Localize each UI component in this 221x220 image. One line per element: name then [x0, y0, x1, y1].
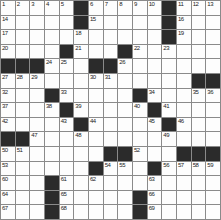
- white-cell[interactable]: [148, 45, 162, 59]
- white-cell[interactable]: [177, 205, 191, 219]
- white-cell[interactable]: 2: [16, 1, 30, 15]
- clue-number: 49: [163, 132, 169, 139]
- white-cell[interactable]: [30, 118, 44, 132]
- white-cell[interactable]: [30, 45, 44, 59]
- white-cell[interactable]: [133, 74, 147, 88]
- white-cell[interactable]: [162, 89, 176, 103]
- white-cell[interactable]: 25: [60, 59, 74, 73]
- white-cell[interactable]: 5: [60, 1, 74, 15]
- white-cell[interactable]: [45, 132, 59, 146]
- white-cell[interactable]: 38: [45, 103, 59, 117]
- clue-number: 15: [90, 16, 96, 23]
- white-cell[interactable]: 61: [60, 176, 74, 190]
- white-cell[interactable]: [45, 118, 59, 132]
- white-cell[interactable]: [118, 89, 132, 103]
- white-cell[interactable]: [177, 132, 191, 146]
- white-cell[interactable]: 43: [60, 118, 74, 132]
- clue-number: 46: [178, 118, 184, 125]
- white-cell[interactable]: 24: [45, 59, 59, 73]
- white-cell[interactable]: [148, 147, 162, 161]
- white-cell[interactable]: [104, 205, 118, 219]
- white-cell[interactable]: [16, 103, 30, 117]
- white-cell[interactable]: [16, 176, 30, 190]
- clue-number: 28: [17, 74, 23, 81]
- white-cell[interactable]: 13: [206, 1, 220, 15]
- clue-number: 64: [2, 191, 8, 198]
- clue-number: 32: [2, 89, 8, 96]
- white-cell[interactable]: [162, 176, 176, 190]
- white-cell[interactable]: [60, 16, 74, 30]
- white-cell[interactable]: 63: [148, 176, 162, 190]
- white-cell[interactable]: [192, 132, 206, 146]
- black-cell: [104, 147, 118, 161]
- clue-number: 5: [61, 1, 64, 8]
- white-cell[interactable]: [133, 176, 147, 190]
- white-cell[interactable]: 59: [206, 162, 220, 176]
- white-cell[interactable]: [74, 147, 88, 161]
- clue-number: 44: [90, 118, 96, 125]
- black-cell: [89, 162, 103, 176]
- clue-number: 7: [105, 1, 108, 8]
- black-cell: [16, 132, 30, 146]
- white-cell[interactable]: [104, 89, 118, 103]
- clue-number: 45: [149, 118, 155, 125]
- white-cell[interactable]: 65: [60, 191, 74, 205]
- white-cell[interactable]: [162, 191, 176, 205]
- white-cell[interactable]: [177, 191, 191, 205]
- clue-number: 61: [61, 176, 67, 183]
- clue-number: 22: [134, 45, 140, 52]
- white-cell[interactable]: 3: [30, 1, 44, 15]
- black-cell: [104, 59, 118, 73]
- white-cell[interactable]: 67: [1, 205, 15, 219]
- white-cell[interactable]: [206, 59, 220, 73]
- clue-number: 2: [17, 1, 20, 8]
- white-cell[interactable]: [206, 30, 220, 44]
- white-cell[interactable]: [45, 45, 59, 59]
- white-cell[interactable]: 64: [1, 191, 15, 205]
- white-cell[interactable]: [118, 132, 132, 146]
- white-cell[interactable]: [30, 89, 44, 103]
- clue-number: 58: [193, 162, 199, 169]
- white-cell[interactable]: [206, 16, 220, 30]
- white-cell[interactable]: 4: [45, 1, 59, 15]
- clue-number: 6: [90, 1, 93, 8]
- white-cell[interactable]: [60, 30, 74, 44]
- white-cell[interactable]: [30, 162, 44, 176]
- clue-number: 37: [2, 103, 8, 110]
- clue-number: 24: [46, 59, 52, 66]
- black-cell: [45, 205, 59, 219]
- clue-number: 60: [2, 176, 8, 183]
- white-cell[interactable]: 33: [60, 89, 74, 103]
- white-cell[interactable]: [16, 89, 30, 103]
- white-cell[interactable]: 39: [74, 103, 88, 117]
- white-cell[interactable]: 40: [133, 103, 147, 117]
- white-cell[interactable]: [192, 30, 206, 44]
- white-cell[interactable]: [60, 147, 74, 161]
- clue-number: 18: [75, 30, 81, 37]
- black-cell: [60, 45, 74, 59]
- black-cell: [74, 1, 88, 15]
- clue-number: 13: [207, 1, 213, 8]
- clue-number: 41: [163, 103, 169, 110]
- white-cell[interactable]: 31: [104, 74, 118, 88]
- white-cell[interactable]: [177, 176, 191, 190]
- white-cell[interactable]: [74, 191, 88, 205]
- white-cell[interactable]: [118, 205, 132, 219]
- clue-number: 69: [149, 205, 155, 212]
- white-cell[interactable]: [133, 30, 147, 44]
- clue-number: 19: [178, 30, 184, 37]
- clue-number: 63: [149, 176, 155, 183]
- clue-number: 40: [134, 103, 140, 110]
- white-cell[interactable]: [45, 147, 59, 161]
- white-cell[interactable]: 62: [89, 176, 103, 190]
- black-cell: [177, 147, 191, 161]
- white-cell[interactable]: [177, 45, 191, 59]
- white-cell[interactable]: [74, 162, 88, 176]
- black-cell: [133, 205, 147, 219]
- white-cell[interactable]: [162, 59, 176, 73]
- clue-number: 20: [2, 45, 8, 52]
- white-cell[interactable]: [118, 74, 132, 88]
- white-cell[interactable]: [192, 191, 206, 205]
- white-cell[interactable]: 22: [133, 45, 147, 59]
- black-cell: [118, 45, 132, 59]
- white-cell[interactable]: [89, 132, 103, 146]
- clue-number: 9: [134, 1, 137, 8]
- white-cell[interactable]: [133, 59, 147, 73]
- white-cell[interactable]: 11: [177, 1, 191, 15]
- white-cell[interactable]: [148, 59, 162, 73]
- clue-number: 27: [2, 74, 8, 81]
- white-cell[interactable]: [206, 118, 220, 132]
- clue-number: 56: [163, 162, 169, 169]
- white-cell[interactable]: 9: [133, 1, 147, 15]
- white-cell[interactable]: [206, 103, 220, 117]
- white-cell[interactable]: 54: [104, 162, 118, 176]
- white-cell[interactable]: [192, 176, 206, 190]
- white-cell[interactable]: [89, 147, 103, 161]
- white-cell[interactable]: 28: [16, 74, 30, 88]
- black-cell: [45, 176, 59, 190]
- white-cell[interactable]: 48: [74, 132, 88, 146]
- white-cell[interactable]: [74, 205, 88, 219]
- white-cell[interactable]: [118, 191, 132, 205]
- white-cell[interactable]: [89, 89, 103, 103]
- white-cell[interactable]: [89, 103, 103, 117]
- white-cell[interactable]: 44: [89, 118, 103, 132]
- white-cell[interactable]: 23: [162, 45, 176, 59]
- black-cell: [74, 118, 88, 132]
- white-cell[interactable]: [89, 30, 103, 44]
- clue-number: 47: [31, 132, 37, 139]
- white-cell[interactable]: [16, 30, 30, 44]
- white-cell[interactable]: [74, 176, 88, 190]
- clue-number: 4: [46, 1, 49, 8]
- black-cell: [1, 132, 15, 146]
- white-cell[interactable]: [177, 74, 191, 88]
- white-cell[interactable]: 20: [1, 45, 15, 59]
- clue-number: 23: [163, 45, 169, 52]
- white-cell[interactable]: [133, 118, 147, 132]
- white-cell[interactable]: [148, 74, 162, 88]
- clue-number: 67: [2, 205, 8, 212]
- black-cell: [133, 89, 147, 103]
- black-cell: [74, 16, 88, 30]
- white-cell[interactable]: 45: [148, 118, 162, 132]
- clue-number: 68: [61, 205, 67, 212]
- white-cell[interactable]: [104, 103, 118, 117]
- clue-number: 1: [2, 1, 5, 8]
- clue-number: 57: [178, 162, 184, 169]
- clue-number: 29: [31, 74, 37, 81]
- white-cell[interactable]: 29: [30, 74, 44, 88]
- white-cell[interactable]: [104, 45, 118, 59]
- clue-number: 33: [61, 89, 67, 96]
- white-cell[interactable]: [104, 118, 118, 132]
- white-cell[interactable]: [60, 132, 74, 146]
- white-cell[interactable]: [45, 162, 59, 176]
- white-cell[interactable]: 50: [1, 147, 15, 161]
- black-cell: [162, 1, 176, 15]
- black-cell: [148, 103, 162, 117]
- clue-number: 59: [207, 162, 213, 169]
- white-cell[interactable]: 69: [148, 205, 162, 219]
- white-cell[interactable]: [16, 191, 30, 205]
- clue-number: 35: [193, 89, 199, 96]
- clue-number: 43: [61, 118, 67, 125]
- black-cell: [30, 59, 44, 73]
- white-cell[interactable]: [16, 16, 30, 30]
- white-cell[interactable]: 41: [162, 103, 176, 117]
- black-cell: [192, 147, 206, 161]
- black-cell: [162, 16, 176, 30]
- white-cell[interactable]: [118, 103, 132, 117]
- white-cell[interactable]: [133, 16, 147, 30]
- white-cell[interactable]: [148, 30, 162, 44]
- white-cell[interactable]: 51: [16, 147, 30, 161]
- white-cell[interactable]: [30, 30, 44, 44]
- white-cell[interactable]: [89, 191, 103, 205]
- clue-number: 34: [149, 89, 155, 96]
- white-cell[interactable]: 14: [1, 16, 15, 30]
- white-cell[interactable]: 30: [89, 74, 103, 88]
- white-cell[interactable]: 6: [89, 1, 103, 15]
- white-cell[interactable]: 16: [177, 16, 191, 30]
- black-cell: [148, 162, 162, 176]
- white-cell[interactable]: [148, 16, 162, 30]
- white-cell[interactable]: [206, 205, 220, 219]
- white-cell[interactable]: 12: [192, 1, 206, 15]
- white-cell[interactable]: 32: [1, 89, 15, 103]
- black-cell: [118, 147, 132, 161]
- clue-number: 39: [75, 103, 81, 110]
- white-cell[interactable]: 34: [148, 89, 162, 103]
- white-cell[interactable]: [104, 30, 118, 44]
- clue-number: 48: [75, 132, 81, 139]
- white-cell[interactable]: [74, 59, 88, 73]
- white-cell[interactable]: 66: [148, 191, 162, 205]
- white-cell[interactable]: [30, 147, 44, 161]
- white-cell[interactable]: [89, 45, 103, 59]
- black-cell: [162, 118, 176, 132]
- clue-number: 53: [2, 162, 8, 169]
- white-cell[interactable]: 56: [162, 162, 176, 176]
- white-cell[interactable]: 37: [1, 103, 15, 117]
- white-cell[interactable]: [162, 205, 176, 219]
- black-cell: [45, 89, 59, 103]
- clue-number: 12: [193, 1, 199, 8]
- clue-number: 62: [90, 176, 96, 183]
- white-cell[interactable]: [30, 103, 44, 117]
- black-cell: [133, 191, 147, 205]
- white-cell[interactable]: [104, 132, 118, 146]
- clue-number: 54: [105, 162, 111, 169]
- white-cell[interactable]: [16, 118, 30, 132]
- white-cell[interactable]: [192, 45, 206, 59]
- white-cell[interactable]: [206, 176, 220, 190]
- white-cell[interactable]: 7: [104, 1, 118, 15]
- white-cell[interactable]: 57: [177, 162, 191, 176]
- white-cell[interactable]: 68: [60, 205, 74, 219]
- white-cell[interactable]: [206, 191, 220, 205]
- white-cell[interactable]: [133, 162, 147, 176]
- white-cell[interactable]: 46: [177, 118, 191, 132]
- white-cell[interactable]: 1: [1, 1, 15, 15]
- white-cell[interactable]: 35: [192, 89, 206, 103]
- black-cell: [1, 59, 15, 73]
- clue-number: 25: [61, 59, 67, 66]
- clue-number: 3: [31, 1, 34, 8]
- white-cell[interactable]: [30, 191, 44, 205]
- white-cell[interactable]: [148, 132, 162, 146]
- black-cell: [89, 59, 103, 73]
- white-cell[interactable]: [104, 176, 118, 190]
- white-cell[interactable]: [45, 74, 59, 88]
- white-cell[interactable]: [74, 74, 88, 88]
- white-cell[interactable]: 17: [1, 30, 15, 44]
- white-cell[interactable]: 42: [1, 118, 15, 132]
- white-cell[interactable]: [206, 45, 220, 59]
- clue-number: 65: [61, 191, 67, 198]
- clue-number: 38: [46, 103, 52, 110]
- black-cell: [206, 147, 220, 161]
- white-cell[interactable]: [192, 103, 206, 117]
- white-cell[interactable]: [30, 176, 44, 190]
- white-cell[interactable]: [177, 89, 191, 103]
- white-cell[interactable]: [118, 176, 132, 190]
- white-cell[interactable]: [118, 16, 132, 30]
- clue-number: 42: [2, 118, 8, 125]
- clue-number: 52: [134, 147, 140, 154]
- crossword-grid: 1234567891011121314151617181920212223242…: [0, 0, 221, 220]
- clue-number: 17: [2, 30, 8, 37]
- black-cell: [192, 74, 206, 88]
- black-cell: [60, 103, 74, 117]
- white-cell[interactable]: [192, 118, 206, 132]
- white-cell[interactable]: 10: [148, 1, 162, 15]
- white-cell[interactable]: [118, 118, 132, 132]
- white-cell[interactable]: [74, 89, 88, 103]
- clue-number: 21: [75, 45, 81, 52]
- white-cell[interactable]: 53: [1, 162, 15, 176]
- white-cell[interactable]: [104, 16, 118, 30]
- white-cell[interactable]: 47: [30, 132, 44, 146]
- white-cell[interactable]: [177, 103, 191, 117]
- clue-number: 16: [178, 16, 184, 23]
- clue-number: 30: [90, 74, 96, 81]
- black-cell: [45, 191, 59, 205]
- white-cell[interactable]: 60: [1, 176, 15, 190]
- white-cell[interactable]: [30, 205, 44, 219]
- white-cell[interactable]: [133, 132, 147, 146]
- clue-number: 50: [2, 147, 8, 154]
- clue-number: 26: [119, 59, 125, 66]
- clue-number: 55: [119, 162, 125, 169]
- white-cell[interactable]: [60, 74, 74, 88]
- white-cell[interactable]: [30, 16, 44, 30]
- white-cell[interactable]: 26: [118, 59, 132, 73]
- black-cell: [162, 30, 176, 44]
- white-cell[interactable]: 21: [74, 45, 88, 59]
- white-cell[interactable]: [162, 147, 176, 161]
- white-cell[interactable]: [206, 132, 220, 146]
- clue-number: 36: [207, 89, 213, 96]
- white-cell[interactable]: [45, 30, 59, 44]
- white-cell[interactable]: 52: [133, 147, 147, 161]
- white-cell[interactable]: 18: [74, 30, 88, 44]
- white-cell[interactable]: 19: [177, 30, 191, 44]
- clue-number: 14: [2, 16, 8, 23]
- white-cell[interactable]: [118, 30, 132, 44]
- white-cell[interactable]: [104, 191, 118, 205]
- white-cell[interactable]: 8: [118, 1, 132, 15]
- white-cell[interactable]: [192, 16, 206, 30]
- white-cell[interactable]: 49: [162, 132, 176, 146]
- white-cell[interactable]: [16, 205, 30, 219]
- white-cell[interactable]: [192, 205, 206, 219]
- white-cell[interactable]: [60, 162, 74, 176]
- white-cell[interactable]: 55: [118, 162, 132, 176]
- clue-number: 51: [17, 147, 23, 154]
- white-cell[interactable]: 27: [1, 74, 15, 88]
- white-cell[interactable]: 36: [206, 89, 220, 103]
- clue-number: 10: [149, 1, 155, 8]
- white-cell[interactable]: [192, 59, 206, 73]
- white-cell[interactable]: [89, 205, 103, 219]
- white-cell[interactable]: [16, 45, 30, 59]
- clue-number: 66: [149, 191, 155, 198]
- clue-number: 8: [119, 1, 122, 8]
- clue-number: 11: [178, 1, 183, 8]
- white-cell[interactable]: 15: [89, 16, 103, 30]
- white-cell[interactable]: [45, 16, 59, 30]
- white-cell[interactable]: [177, 59, 191, 73]
- white-cell[interactable]: [162, 74, 176, 88]
- clue-number: 31: [105, 74, 111, 81]
- black-cell: [16, 59, 30, 73]
- black-cell: [206, 74, 220, 88]
- white-cell[interactable]: 58: [192, 162, 206, 176]
- white-cell[interactable]: [16, 162, 30, 176]
